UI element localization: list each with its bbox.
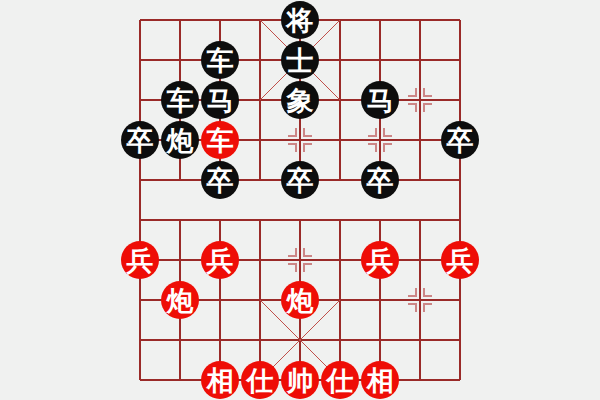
piece-black-chariot[interactable]: 车 [161,81,199,119]
piece-red-elephant[interactable]: 相 [201,361,239,399]
piece-red-cannon[interactable]: 炮 [161,281,199,319]
piece-black-soldier[interactable]: 卒 [441,121,479,159]
piece-red-soldier[interactable]: 兵 [441,241,479,279]
piece-red-elephant[interactable]: 相 [361,361,399,399]
piece-black-advisor[interactable]: 士 [281,41,319,79]
pieces-layer: 将车士车马象马卒炮车卒卒卒卒兵兵兵兵炮炮相仕帅仕相 [120,0,480,400]
piece-red-soldier[interactable]: 兵 [201,241,239,279]
piece-red-soldier[interactable]: 兵 [121,241,159,279]
piece-red-chariot[interactable]: 车 [201,121,239,159]
piece-black-soldier[interactable]: 卒 [121,121,159,159]
piece-black-cannon[interactable]: 炮 [161,121,199,159]
xiangqi-app-background: 将车士车马象马卒炮车卒卒卒卒兵兵兵兵炮炮相仕帅仕相 [0,0,600,400]
piece-black-soldier[interactable]: 卒 [281,161,319,199]
piece-black-horse[interactable]: 马 [201,81,239,119]
piece-black-soldier[interactable]: 卒 [201,161,239,199]
piece-black-chariot[interactable]: 车 [201,41,239,79]
piece-black-general[interactable]: 将 [281,1,319,39]
piece-red-general[interactable]: 帅 [281,361,319,399]
piece-red-soldier[interactable]: 兵 [361,241,399,279]
piece-black-horse[interactable]: 马 [361,81,399,119]
piece-red-advisor[interactable]: 仕 [241,361,279,399]
piece-black-soldier[interactable]: 卒 [361,161,399,199]
piece-black-elephant[interactable]: 象 [281,81,319,119]
piece-red-cannon[interactable]: 炮 [281,281,319,319]
piece-red-advisor[interactable]: 仕 [321,361,359,399]
